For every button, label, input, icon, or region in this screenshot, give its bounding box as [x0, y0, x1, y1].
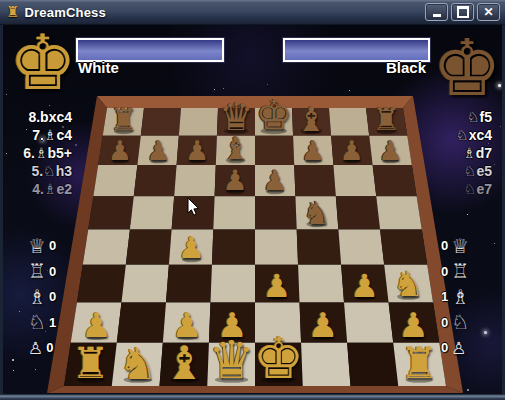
- maximize-button[interactable]: [451, 3, 474, 21]
- square-e5[interactable]: [255, 196, 297, 229]
- captured-count: 0: [46, 340, 53, 355]
- square-h4[interactable]: [380, 229, 427, 264]
- move-number: 8.: [28, 109, 40, 125]
- piece-black-bishop-d7[interactable]: ♝: [222, 134, 250, 165]
- piece-black-king-e8[interactable]: ♚: [255, 95, 292, 136]
- maximize-icon: [457, 6, 469, 18]
- pawn-icon: ♙: [28, 338, 43, 358]
- black-player-label: Black: [283, 59, 426, 76]
- bishop-icon: ♗: [35, 145, 48, 161]
- piece-white-pawn-h2[interactable]: ♟: [398, 307, 428, 341]
- knight-icon: ♘: [451, 310, 469, 334]
- move-entry: 4.♗e2: [0, 180, 72, 198]
- move-entry: ♗d7: [420, 144, 492, 162]
- knight-icon: ♘: [456, 127, 469, 143]
- move-number: 5.: [31, 163, 43, 179]
- queen-icon: ♕: [28, 234, 46, 258]
- move-number: 7.: [32, 127, 44, 143]
- captured-count: 0: [49, 238, 56, 253]
- square-b6[interactable]: [134, 165, 177, 196]
- window-border-bottom: [0, 394, 505, 400]
- move-list-black: ♘f5♘xc4♗d7♘e5♘e7: [420, 108, 492, 198]
- move-text: h3: [56, 163, 72, 179]
- square-d3[interactable]: [210, 265, 255, 303]
- move-entry: ♘f5: [420, 108, 492, 126]
- piece-black-bishop-f8[interactable]: ♝: [296, 102, 326, 136]
- piece-white-king-e1[interactable]: ♚: [253, 329, 304, 386]
- piece-white-rook-a1[interactable]: ♜: [72, 342, 111, 385]
- square-a3[interactable]: [77, 265, 126, 303]
- black-king-emblem: ♚: [432, 29, 502, 107]
- piece-black-knight-f5[interactable]: ♞: [302, 197, 331, 229]
- bishop-icon: ♗: [451, 285, 469, 309]
- captured-count: 1: [49, 315, 56, 330]
- dreamchess-window: ♜♛♚♝♜♟♟♟♝♟♟♟♟♟♞♟♟♟♞♟♟♟♟♟♜♞♝♛♚♜ ♚ ♚ White…: [0, 0, 505, 400]
- move-entry: 7.♗c4: [0, 126, 72, 144]
- captured-queen-row: 0♕: [441, 233, 469, 259]
- move-number: 4.: [32, 181, 44, 197]
- square-g2[interactable]: [344, 302, 393, 342]
- captured-knight-row: ♘1: [28, 310, 56, 336]
- piece-white-knight-b1[interactable]: ♞: [118, 341, 157, 385]
- piece-white-queen-d1[interactable]: ♛: [208, 334, 255, 386]
- captured-count: 0: [49, 264, 56, 279]
- square-b4[interactable]: [126, 229, 172, 264]
- captured-count: 0: [441, 315, 448, 330]
- square-f1[interactable]: [301, 343, 350, 386]
- captured-tray-black: 0♕0♖1♗0♘0♙: [441, 233, 469, 361]
- piece-white-knight-h3[interactable]: ♞: [393, 266, 424, 301]
- piece-black-pawn-g7[interactable]: ♟: [339, 137, 363, 164]
- captured-count: 1: [441, 289, 448, 304]
- knight-icon: ♘: [467, 109, 480, 125]
- square-e4[interactable]: [255, 229, 298, 264]
- captured-count: 0: [441, 238, 448, 253]
- square-b3[interactable]: [121, 265, 168, 303]
- move-text: xc4: [469, 127, 492, 143]
- square-g8[interactable]: [329, 108, 369, 136]
- square-d4[interactable]: [212, 229, 255, 264]
- captured-count: 0: [441, 264, 448, 279]
- piece-black-pawn-b7[interactable]: ♟: [146, 137, 170, 164]
- move-entry: ♘e5: [420, 162, 492, 180]
- move-text: e2: [56, 181, 72, 197]
- square-g4[interactable]: [338, 229, 384, 264]
- captured-bishop-row: ♗0: [28, 284, 56, 310]
- close-button[interactable]: ✕: [477, 3, 500, 21]
- captured-knight-row: 0♘: [441, 310, 469, 336]
- square-a5[interactable]: [88, 196, 134, 229]
- bishop-icon: ♗: [44, 127, 57, 143]
- square-b8[interactable]: [141, 108, 181, 136]
- piece-white-pawn-g3[interactable]: ♟: [350, 269, 379, 301]
- piece-black-rook-h8[interactable]: ♜: [372, 104, 400, 135]
- captured-rook-row: ♖0: [28, 259, 56, 285]
- close-icon: ✕: [483, 6, 493, 18]
- app-icon: ♜: [6, 5, 19, 20]
- square-a4[interactable]: [83, 229, 130, 264]
- captured-bishop-row: 1♗: [441, 284, 469, 310]
- piece-black-pawn-d6[interactable]: ♟: [223, 167, 248, 195]
- white-king-emblem: ♚: [9, 25, 77, 101]
- piece-white-pawn-c4[interactable]: ♟: [178, 234, 205, 264]
- square-a6[interactable]: [93, 165, 137, 196]
- title-bar: ♜ DreamChess ✕: [0, 0, 505, 25]
- square-g1[interactable]: [347, 343, 398, 386]
- bishop-icon: ♗: [463, 145, 476, 161]
- bishop-icon: ♗: [44, 181, 57, 197]
- move-entry: 5.♘h3: [0, 162, 72, 180]
- captured-pawn-row: ♙0: [28, 335, 56, 361]
- piece-black-pawn-c7[interactable]: ♟: [185, 137, 209, 164]
- move-text: c4: [56, 127, 72, 143]
- minimize-button[interactable]: [425, 3, 448, 21]
- captured-tray-white: ♕0♖0♗0♘1♙0: [28, 233, 56, 361]
- piece-white-rook-h1[interactable]: ♜: [400, 342, 439, 385]
- move-entry: 8.bxc4: [0, 108, 72, 126]
- window-title: DreamChess: [24, 5, 106, 20]
- square-d5[interactable]: [213, 196, 255, 229]
- white-player-label: White: [78, 59, 119, 76]
- piece-black-pawn-e6[interactable]: ♟: [262, 167, 287, 195]
- square-h6[interactable]: [373, 165, 417, 196]
- square-b5[interactable]: [130, 196, 174, 229]
- move-text: b5+: [47, 145, 72, 161]
- piece-black-rook-a8[interactable]: ♜: [110, 104, 138, 135]
- move-list-white: 8.bxc47.♗c46.♗b5+5.♘h34.♗e2: [0, 108, 72, 198]
- bishop-icon: ♗: [28, 285, 46, 309]
- square-c3[interactable]: [166, 265, 212, 303]
- square-g6[interactable]: [333, 165, 376, 196]
- square-g5[interactable]: [336, 196, 380, 229]
- rook-icon: ♖: [451, 259, 469, 283]
- knight-icon: ♘: [464, 163, 477, 179]
- piece-black-pawn-h7[interactable]: ♟: [378, 137, 402, 164]
- minimize-icon: [433, 14, 441, 17]
- piece-white-pawn-e3[interactable]: ♟: [263, 269, 292, 301]
- square-e7[interactable]: [255, 136, 294, 165]
- move-text: d7: [476, 145, 492, 161]
- piece-white-bishop-c1[interactable]: ♝: [164, 339, 205, 385]
- move-text: f5: [480, 109, 492, 125]
- square-c6[interactable]: [174, 165, 216, 196]
- captured-pawn-row: 0♙: [441, 335, 469, 361]
- captured-rook-row: 0♖: [441, 259, 469, 285]
- knight-icon: ♘: [43, 163, 56, 179]
- square-c5[interactable]: [172, 196, 215, 229]
- move-text: e7: [476, 181, 492, 197]
- square-f6[interactable]: [294, 165, 336, 196]
- piece-white-pawn-f2[interactable]: ♟: [308, 307, 338, 341]
- piece-white-pawn-a2[interactable]: ♟: [81, 307, 111, 341]
- move-number: 6.: [23, 145, 35, 161]
- square-f3[interactable]: [298, 265, 344, 303]
- move-entry: ♘e7: [420, 180, 492, 198]
- window-controls: ✕: [425, 3, 500, 21]
- captured-count: 0: [49, 289, 56, 304]
- captured-queen-row: ♕0: [28, 233, 56, 259]
- window-border-left: [0, 24, 3, 394]
- square-h5[interactable]: [376, 196, 422, 229]
- piece-black-pawn-a7[interactable]: ♟: [108, 137, 132, 164]
- square-f4[interactable]: [297, 229, 341, 264]
- rook-icon: ♖: [28, 259, 46, 283]
- knight-icon: ♘: [464, 181, 477, 197]
- move-entry: 6.♗b5+: [0, 144, 72, 162]
- move-text: bxc4: [40, 109, 72, 125]
- knight-icon: ♘: [28, 310, 46, 334]
- piece-black-pawn-f7[interactable]: ♟: [301, 137, 325, 164]
- queen-icon: ♕: [451, 234, 469, 258]
- move-entry: ♘xc4: [420, 126, 492, 144]
- move-text: e5: [476, 163, 492, 179]
- captured-count: 0: [441, 340, 448, 355]
- square-c8[interactable]: [179, 108, 218, 136]
- pawn-icon: ♙: [451, 338, 466, 358]
